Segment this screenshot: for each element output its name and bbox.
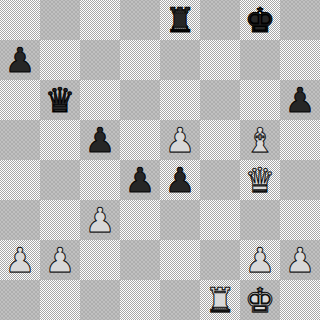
square-g1[interactable]: ♚ — [240, 280, 280, 320]
square-g2[interactable]: ♟ — [240, 240, 280, 280]
square-b5[interactable] — [40, 120, 80, 160]
square-g4[interactable]: ♛ — [240, 160, 280, 200]
square-a4[interactable] — [0, 160, 40, 200]
square-f8[interactable] — [200, 0, 240, 40]
square-d1[interactable] — [120, 280, 160, 320]
piece-black-pawn[interactable]: ♟ — [0, 40, 40, 80]
square-f7[interactable] — [200, 40, 240, 80]
square-h5[interactable] — [280, 120, 320, 160]
square-e2[interactable] — [160, 240, 200, 280]
square-g6[interactable] — [240, 80, 280, 120]
square-b8[interactable] — [40, 0, 80, 40]
square-e8[interactable]: ♜ — [160, 0, 200, 40]
piece-black-king[interactable]: ♚ — [240, 0, 280, 40]
square-g3[interactable] — [240, 200, 280, 240]
square-g8[interactable]: ♚ — [240, 0, 280, 40]
square-c6[interactable] — [80, 80, 120, 120]
square-b4[interactable] — [40, 160, 80, 200]
square-h4[interactable] — [280, 160, 320, 200]
square-a7[interactable]: ♟ — [0, 40, 40, 80]
square-e5[interactable]: ♟ — [160, 120, 200, 160]
square-c2[interactable] — [80, 240, 120, 280]
square-h1[interactable] — [280, 280, 320, 320]
chess-board: ♜♚♟♛♟♟♟♝♟♟♛♟♟♟♟♟♜♚ — [0, 0, 320, 320]
square-e1[interactable] — [160, 280, 200, 320]
square-a2[interactable]: ♟ — [0, 240, 40, 280]
piece-black-pawn[interactable]: ♟ — [280, 80, 320, 120]
square-f4[interactable] — [200, 160, 240, 200]
square-b2[interactable]: ♟ — [40, 240, 80, 280]
square-e4[interactable]: ♟ — [160, 160, 200, 200]
square-f3[interactable] — [200, 200, 240, 240]
piece-white-queen[interactable]: ♛ — [240, 160, 280, 200]
square-h6[interactable]: ♟ — [280, 80, 320, 120]
square-d8[interactable] — [120, 0, 160, 40]
square-g7[interactable] — [240, 40, 280, 80]
piece-white-rook[interactable]: ♜ — [200, 280, 240, 320]
piece-black-rook[interactable]: ♜ — [160, 0, 200, 40]
square-d5[interactable] — [120, 120, 160, 160]
square-a3[interactable] — [0, 200, 40, 240]
square-b1[interactable] — [40, 280, 80, 320]
piece-black-pawn[interactable]: ♟ — [120, 160, 160, 200]
piece-black-queen[interactable]: ♛ — [40, 80, 80, 120]
square-b6[interactable]: ♛ — [40, 80, 80, 120]
piece-white-pawn[interactable]: ♟ — [40, 240, 80, 280]
square-h8[interactable] — [280, 0, 320, 40]
square-b7[interactable] — [40, 40, 80, 80]
square-h2[interactable]: ♟ — [280, 240, 320, 280]
square-a1[interactable] — [0, 280, 40, 320]
piece-white-pawn[interactable]: ♟ — [280, 240, 320, 280]
square-e6[interactable] — [160, 80, 200, 120]
square-e7[interactable] — [160, 40, 200, 80]
square-f5[interactable] — [200, 120, 240, 160]
square-c7[interactable] — [80, 40, 120, 80]
square-f2[interactable] — [200, 240, 240, 280]
square-g5[interactable]: ♝ — [240, 120, 280, 160]
square-c1[interactable] — [80, 280, 120, 320]
square-d2[interactable] — [120, 240, 160, 280]
square-b3[interactable] — [40, 200, 80, 240]
square-a5[interactable] — [0, 120, 40, 160]
piece-white-king[interactable]: ♚ — [240, 280, 280, 320]
square-h3[interactable] — [280, 200, 320, 240]
piece-black-pawn[interactable]: ♟ — [160, 160, 200, 200]
piece-white-pawn[interactable]: ♟ — [160, 120, 200, 160]
square-a8[interactable] — [0, 0, 40, 40]
square-a6[interactable] — [0, 80, 40, 120]
piece-white-pawn[interactable]: ♟ — [80, 200, 120, 240]
piece-white-pawn[interactable]: ♟ — [0, 240, 40, 280]
square-f6[interactable] — [200, 80, 240, 120]
square-c3[interactable]: ♟ — [80, 200, 120, 240]
square-f1[interactable]: ♜ — [200, 280, 240, 320]
square-c4[interactable] — [80, 160, 120, 200]
square-c5[interactable]: ♟ — [80, 120, 120, 160]
square-d4[interactable]: ♟ — [120, 160, 160, 200]
piece-white-bishop[interactable]: ♝ — [240, 120, 280, 160]
square-d6[interactable] — [120, 80, 160, 120]
square-h7[interactable] — [280, 40, 320, 80]
piece-white-pawn[interactable]: ♟ — [240, 240, 280, 280]
square-d7[interactable] — [120, 40, 160, 80]
piece-black-pawn[interactable]: ♟ — [80, 120, 120, 160]
square-e3[interactable] — [160, 200, 200, 240]
square-d3[interactable] — [120, 200, 160, 240]
square-c8[interactable] — [80, 0, 120, 40]
